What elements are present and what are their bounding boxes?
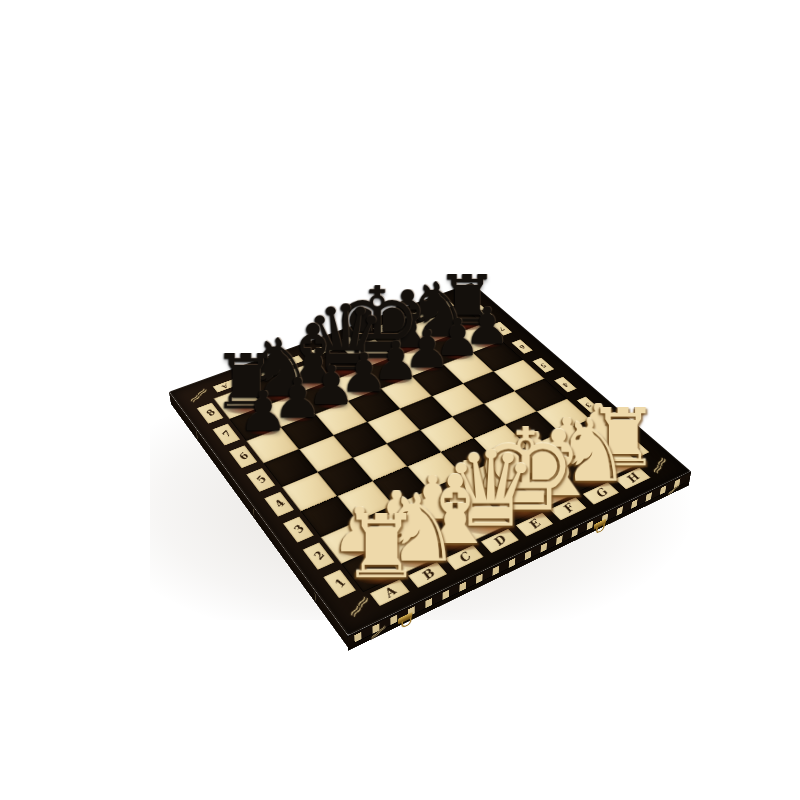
coordinate-label: 7 (218, 430, 234, 439)
coordinate-label: 6 (235, 452, 251, 462)
coordinate-label: A (380, 585, 400, 601)
coordinate-label: 2 (310, 550, 328, 561)
rank-label-right-5: 5 (523, 352, 564, 379)
chessboard-scene: ≈≈ABCDEFGH≈≈8♜♞♝♛♚♝♞♜87♟♟♟♟♟♟♟♟766554433… (195, 205, 645, 655)
coordinate-label: 5 (538, 362, 548, 368)
piece-black-pawn[interactable]: ♟ (238, 390, 288, 433)
coordinate-label: 6 (517, 344, 527, 350)
board-frame-grid: ≈≈ABCDEFGH≈≈8♜♞♝♛♚♝♞♜87♟♟♟♟♟♟♟♟766554433… (181, 289, 677, 624)
coordinate-label: 3 (290, 524, 307, 535)
coordinate-label: 5 (252, 475, 269, 485)
coordinate-label: 4 (560, 381, 570, 387)
chess-board: ≈≈ABCDEFGH≈≈8♜♞♝♛♚♝♞♜87♟♟♟♟♟♟♟♟766554433… (169, 283, 691, 636)
coordinate-label: 4 (271, 499, 288, 509)
carved-swirl-ornament: ≈≈ (342, 595, 373, 621)
piece-white-rook[interactable]: ♜ (342, 513, 421, 582)
